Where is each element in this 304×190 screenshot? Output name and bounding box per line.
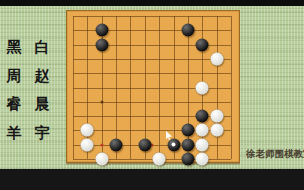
red-marker — [100, 143, 103, 146]
white-stone[interactable] — [196, 81, 209, 94]
white-stone[interactable] — [81, 138, 94, 151]
black-stone[interactable] — [181, 124, 194, 137]
player-name-char: 晨 — [33, 90, 51, 119]
black-stone[interactable] — [95, 24, 108, 37]
white-stone[interactable] — [196, 153, 209, 166]
top-letterbox — [0, 0, 304, 6]
white-stone[interactable] — [95, 153, 108, 166]
player-name-char: 白 — [33, 33, 51, 62]
white-stone[interactable] — [210, 124, 223, 137]
white-stone[interactable] — [81, 124, 94, 137]
black-stone[interactable] — [196, 110, 209, 123]
black-stone[interactable] — [110, 138, 123, 151]
video-control-bar[interactable] — [0, 169, 304, 190]
black-stone[interactable] — [181, 153, 194, 166]
black-player-column: 黑周睿羊 — [5, 33, 23, 147]
grid-line — [73, 73, 231, 74]
grid-line — [73, 102, 231, 103]
white-stone[interactable] — [153, 153, 166, 166]
player-name-char: 黑 — [5, 33, 23, 62]
go-board-grid[interactable] — [73, 16, 231, 159]
black-stone[interactable] — [181, 138, 194, 151]
white-player-column: 白赵晨宇 — [33, 33, 51, 147]
player-name-char: 羊 — [5, 119, 23, 148]
last-move-marker — [172, 143, 176, 147]
black-stone[interactable] — [138, 138, 151, 151]
white-stone[interactable] — [210, 110, 223, 123]
black-stone[interactable] — [181, 24, 194, 37]
black-stone[interactable] — [167, 138, 180, 151]
black-stone[interactable] — [95, 38, 108, 51]
go-board[interactable] — [66, 10, 240, 163]
white-stone[interactable] — [196, 138, 209, 151]
white-stone[interactable] — [196, 124, 209, 137]
black-stone[interactable] — [196, 38, 209, 51]
grid-line — [73, 59, 231, 60]
player-name-char: 宇 — [33, 119, 51, 148]
player-name-char: 周 — [5, 62, 23, 91]
star-point — [100, 100, 103, 103]
grid-line — [73, 16, 231, 17]
player-name-char: 赵 — [33, 62, 51, 91]
white-stone[interactable] — [210, 52, 223, 65]
channel-watermark: 徐老师围棋教室 — [246, 148, 304, 161]
grid-line — [231, 16, 232, 159]
player-name-char: 睿 — [5, 90, 23, 119]
